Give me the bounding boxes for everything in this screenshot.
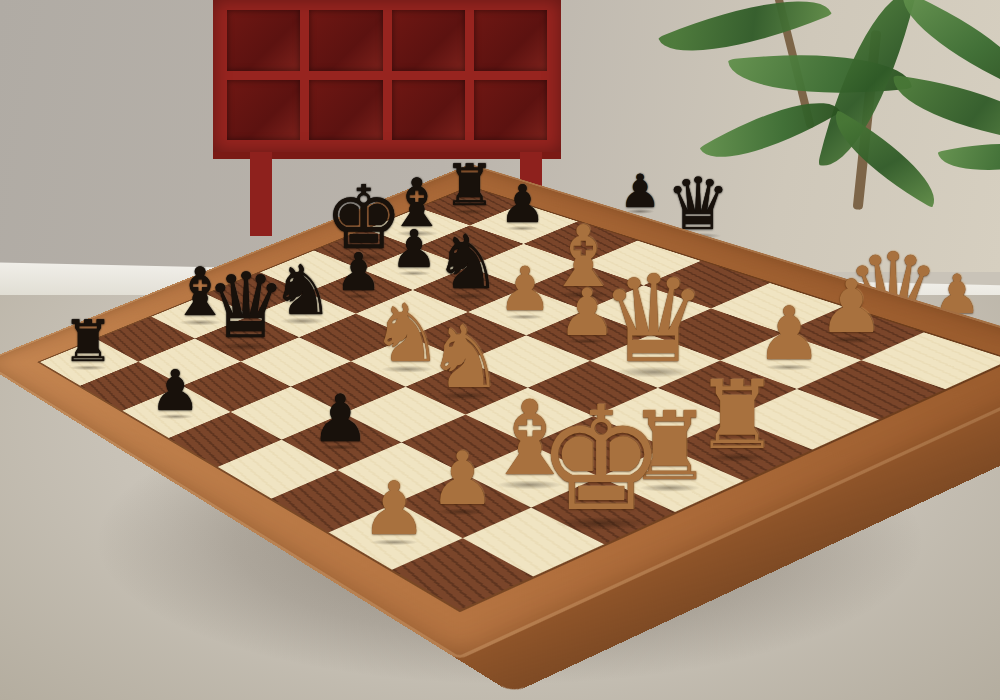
piece-black-knight-f6[interactable]: ♞ [434,226,501,301]
cabinet-leg [250,152,272,236]
piece-white-pawn-h2[interactable]: ♟ [818,270,884,344]
piece-white-pawn-b2[interactable]: ♟ [429,442,495,516]
piece-black-pawn-a6[interactable]: ♟ [150,363,201,419]
cabinet-pane [392,10,465,71]
plant-leaf [938,129,1000,185]
piece-black-pawn-h7[interactable]: ♟ [499,179,546,231]
cabinet-pane [309,10,382,71]
plant-leaf [888,75,1000,143]
cabinet-pane [227,10,300,71]
piece-black-rook-h8[interactable]: ♜ [444,157,495,214]
offboard-piece-black-pawn[interactable]: ♟ [619,168,660,214]
piece-white-king-c1[interactable]: ♚ [537,388,666,532]
cabinet-pane [474,80,547,141]
cabinet-pane [474,10,547,71]
piece-black-pawn-f7[interactable]: ♟ [391,224,438,276]
piece-white-pawn-f5[interactable]: ♟ [498,260,552,321]
cabinet-pane [392,80,465,141]
piece-white-pawn-a2[interactable]: ♟ [361,472,427,546]
scene: ♜♝♚♝♜♛♞♟♟♟♟♞♟♞♟♝♞♟♛♟♟♝♟♟♚♜♜♟♛♛♟ [0,0,1000,700]
cabinet-pane [309,80,382,141]
piece-black-queen-c7[interactable]: ♛ [205,261,286,351]
cabinet-glass-panes [227,10,547,140]
cabinet-pane [227,80,300,141]
piece-black-rook-a8[interactable]: ♜ [62,313,113,370]
red-cabinet [213,0,561,159]
piece-black-pawn-b4[interactable]: ♟ [311,386,369,451]
piece-white-queen-f3[interactable]: ♛ [600,258,708,379]
